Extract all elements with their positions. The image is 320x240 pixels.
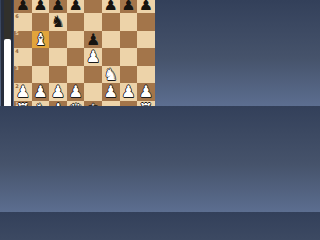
- rank-label-6: 6: [15, 14, 18, 19]
- square-e6[interactable]: [84, 13, 102, 31]
- square-e1[interactable]: ♚: [84, 101, 102, 106]
- square-e4[interactable]: ♟: [84, 48, 102, 66]
- black-pawn[interactable]: ♟: [120, 0, 138, 13]
- square-d1[interactable]: ♛: [67, 101, 85, 106]
- app-background: 8♜♝♛♚♝♞♜7♟♟♟♟♟♟♟6♞5♝♟4♟3♞2♟♟♟♟♟♟♟1♜♞♝♛♚♜: [0, 0, 160, 106]
- black-pawn[interactable]: ♟: [32, 0, 50, 13]
- square-g3[interactable]: [120, 66, 138, 84]
- square-a4[interactable]: 4: [14, 48, 32, 66]
- white-pawn[interactable]: ♟: [14, 83, 32, 101]
- square-f3[interactable]: ♞: [102, 66, 120, 84]
- white-bishop[interactable]: ♝: [32, 31, 50, 49]
- square-d2[interactable]: ♟: [67, 83, 85, 101]
- square-c6[interactable]: ♞: [49, 13, 67, 31]
- square-a3[interactable]: 3: [14, 66, 32, 84]
- square-b5[interactable]: ♝: [32, 31, 50, 49]
- square-c1[interactable]: ♝: [49, 101, 67, 106]
- square-g5[interactable]: [120, 31, 138, 49]
- square-e7[interactable]: [84, 0, 102, 13]
- square-f1[interactable]: [102, 101, 120, 106]
- white-rook[interactable]: ♜: [14, 101, 32, 106]
- square-g4[interactable]: [120, 48, 138, 66]
- white-pawn[interactable]: ♟: [32, 83, 50, 101]
- square-g7[interactable]: ♟: [120, 0, 138, 13]
- square-a2[interactable]: 2♟: [14, 83, 32, 101]
- black-pawn[interactable]: ♟: [67, 0, 85, 13]
- square-h6[interactable]: [137, 13, 155, 31]
- square-h1[interactable]: ♜: [137, 101, 155, 106]
- square-a7[interactable]: 7♟: [14, 0, 32, 13]
- black-pawn[interactable]: ♟: [137, 0, 155, 13]
- square-b4[interactable]: [32, 48, 50, 66]
- square-h3[interactable]: [137, 66, 155, 84]
- square-h2[interactable]: ♟: [137, 83, 155, 101]
- square-c2[interactable]: ♟: [49, 83, 67, 101]
- square-g1[interactable]: [120, 101, 138, 106]
- white-pawn[interactable]: ♟: [102, 83, 120, 101]
- square-a1[interactable]: 1♜: [14, 101, 32, 106]
- rank-label-4: 4: [15, 49, 18, 54]
- square-d7[interactable]: ♟: [67, 0, 85, 13]
- square-e5[interactable]: ♟: [84, 31, 102, 49]
- white-pawn[interactable]: ♟: [67, 83, 85, 101]
- square-h5[interactable]: [137, 31, 155, 49]
- square-d3[interactable]: [67, 66, 85, 84]
- square-h7[interactable]: ♟: [137, 0, 155, 13]
- black-pawn[interactable]: ♟: [102, 0, 120, 13]
- evaluation-bar-black-segment: [4, 0, 11, 39]
- square-e3[interactable]: [84, 66, 102, 84]
- rank-label-3: 3: [15, 66, 18, 71]
- square-f7[interactable]: ♟: [102, 0, 120, 13]
- square-d5[interactable]: [67, 31, 85, 49]
- square-c3[interactable]: [49, 66, 67, 84]
- square-a5[interactable]: 5: [14, 31, 32, 49]
- white-pawn[interactable]: ♟: [137, 83, 155, 101]
- square-g2[interactable]: ♟: [120, 83, 138, 101]
- white-knight[interactable]: ♞: [102, 66, 120, 84]
- evaluation-bar: [1, 0, 13, 106]
- evaluation-bar-white-segment: [4, 39, 11, 106]
- white-king[interactable]: ♚: [84, 101, 102, 106]
- square-b3[interactable]: [32, 66, 50, 84]
- square-b2[interactable]: ♟: [32, 83, 50, 101]
- square-g6[interactable]: [120, 13, 138, 31]
- black-pawn[interactable]: ♟: [84, 31, 102, 49]
- square-c4[interactable]: [49, 48, 67, 66]
- square-f5[interactable]: [102, 31, 120, 49]
- white-pawn[interactable]: ♟: [84, 48, 102, 66]
- white-rook[interactable]: ♜: [137, 101, 155, 106]
- white-knight[interactable]: ♞: [32, 101, 50, 106]
- square-f2[interactable]: ♟: [102, 83, 120, 101]
- black-pawn[interactable]: ♟: [14, 0, 32, 13]
- white-pawn[interactable]: ♟: [120, 83, 138, 101]
- white-queen[interactable]: ♛: [67, 101, 85, 106]
- square-d6[interactable]: [67, 13, 85, 31]
- square-b1[interactable]: ♞: [32, 101, 50, 106]
- chess-board[interactable]: 8♜♝♛♚♝♞♜7♟♟♟♟♟♟♟6♞5♝♟4♟3♞2♟♟♟♟♟♟♟1♜♞♝♛♚♜: [14, 0, 155, 106]
- square-d4[interactable]: [67, 48, 85, 66]
- white-bishop[interactable]: ♝: [49, 101, 67, 106]
- square-f4[interactable]: [102, 48, 120, 66]
- square-b7[interactable]: ♟: [32, 0, 50, 13]
- square-e2[interactable]: [84, 83, 102, 101]
- square-b6[interactable]: [32, 13, 50, 31]
- white-pawn[interactable]: ♟: [49, 83, 67, 101]
- square-a6[interactable]: 6: [14, 13, 32, 31]
- square-c5[interactable]: [49, 31, 67, 49]
- square-h4[interactable]: [137, 48, 155, 66]
- square-f6[interactable]: [102, 13, 120, 31]
- rank-label-5: 5: [15, 31, 18, 36]
- black-knight[interactable]: ♞: [49, 13, 67, 31]
